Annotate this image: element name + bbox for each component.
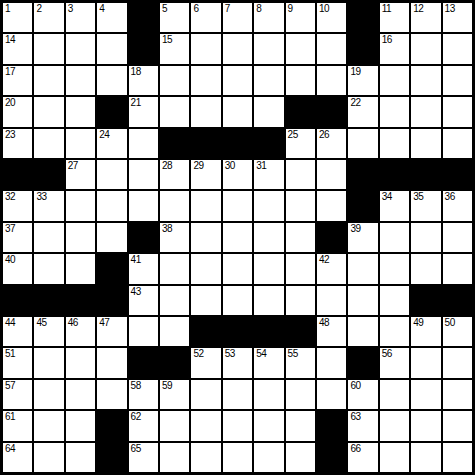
- clue-number-23: 23: [5, 130, 15, 140]
- cell-r14c5[interactable]: 62: [129, 411, 158, 440]
- cell-r2c10[interactable]: [286, 34, 315, 63]
- cell-r14c14[interactable]: [411, 411, 440, 440]
- cell-r3c13[interactable]: [380, 66, 409, 95]
- cell-r7c2[interactable]: 33: [34, 191, 63, 220]
- clue-number-14: 14: [5, 35, 15, 45]
- cell-r9c2[interactable]: [34, 254, 63, 283]
- cell-r9c14[interactable]: [411, 254, 440, 283]
- cell-r9c6[interactable]: [160, 254, 189, 283]
- cell-r4c9[interactable]: [254, 97, 283, 126]
- cell-r12c15[interactable]: [443, 348, 472, 377]
- cell-r4c1[interactable]: 20: [3, 97, 32, 126]
- cell-r7c5[interactable]: [129, 191, 158, 220]
- black-cell-r11c10: [286, 317, 315, 346]
- cell-r2c15[interactable]: [443, 34, 472, 63]
- black-cell-r5c6: [160, 129, 189, 158]
- cell-r12c10[interactable]: 55: [286, 348, 315, 377]
- clue-number-48: 48: [319, 318, 329, 328]
- clue-number-7: 7: [225, 4, 230, 14]
- black-cell-r15c11: [317, 443, 346, 472]
- clue-number-40: 40: [5, 255, 15, 265]
- cell-r5c3[interactable]: [66, 129, 95, 158]
- clue-number-51: 51: [5, 349, 15, 359]
- clue-number-18: 18: [131, 67, 141, 77]
- cell-r8c13[interactable]: [380, 223, 409, 252]
- cell-r15c3[interactable]: [66, 443, 95, 472]
- cell-r7c6[interactable]: [160, 191, 189, 220]
- cell-r13c5[interactable]: 58: [129, 380, 158, 409]
- black-cell-r11c7: [191, 317, 220, 346]
- cell-r3c3[interactable]: [66, 66, 95, 95]
- clue-number-46: 46: [68, 318, 78, 328]
- cell-r4c6[interactable]: [160, 97, 189, 126]
- black-cell-r1c5: [129, 3, 158, 32]
- clue-number-13: 13: [445, 4, 455, 14]
- cell-r8c4[interactable]: [97, 223, 126, 252]
- cell-r6c8[interactable]: 30: [223, 160, 252, 189]
- clue-number-44: 44: [5, 318, 15, 328]
- cell-r13c3[interactable]: [66, 380, 95, 409]
- cell-r1c11[interactable]: 10: [317, 3, 346, 32]
- black-cell-r10c14: [411, 286, 440, 315]
- cell-r15c5[interactable]: 65: [129, 443, 158, 472]
- cell-r9c1[interactable]: 40: [3, 254, 32, 283]
- cell-r9c12[interactable]: [348, 254, 377, 283]
- cell-r8c2[interactable]: [34, 223, 63, 252]
- cell-r6c3[interactable]: 27: [66, 160, 95, 189]
- cell-r9c11[interactable]: 42: [317, 254, 346, 283]
- clue-number-45: 45: [36, 318, 46, 328]
- cell-r9c8[interactable]: [223, 254, 252, 283]
- cell-r8c6[interactable]: 38: [160, 223, 189, 252]
- cell-r4c15[interactable]: [443, 97, 472, 126]
- black-cell-r10c1: [3, 286, 32, 315]
- cell-r13c1[interactable]: 57: [3, 380, 32, 409]
- cell-r10c5[interactable]: 43: [129, 286, 158, 315]
- cell-r7c9[interactable]: [254, 191, 283, 220]
- cell-r7c7[interactable]: [191, 191, 220, 220]
- cell-r4c8[interactable]: [223, 97, 252, 126]
- cell-r1c1[interactable]: 1: [3, 3, 32, 32]
- black-cell-r5c7: [191, 129, 220, 158]
- cell-r2c13[interactable]: 16: [380, 34, 409, 63]
- cell-r5c12[interactable]: [348, 129, 377, 158]
- cell-r9c10[interactable]: [286, 254, 315, 283]
- cell-r10c9[interactable]: [254, 286, 283, 315]
- cell-r15c14[interactable]: [411, 443, 440, 472]
- cell-r2c9[interactable]: [254, 34, 283, 63]
- black-cell-r6c1: [3, 160, 32, 189]
- clue-number-28: 28: [162, 161, 172, 171]
- black-cell-r12c12: [348, 348, 377, 377]
- cell-r13c8[interactable]: [223, 380, 252, 409]
- black-cell-r1c12: [348, 3, 377, 32]
- black-cell-r8c11: [317, 223, 346, 252]
- cell-r5c1[interactable]: 23: [3, 129, 32, 158]
- clue-number-31: 31: [256, 161, 266, 171]
- cell-r10c10[interactable]: [286, 286, 315, 315]
- clue-number-26: 26: [319, 130, 329, 140]
- cell-r14c9[interactable]: [254, 411, 283, 440]
- cell-r15c2[interactable]: [34, 443, 63, 472]
- cell-r14c3[interactable]: [66, 411, 95, 440]
- clue-number-58: 58: [131, 381, 141, 391]
- cell-r5c11[interactable]: 26: [317, 129, 346, 158]
- clue-number-33: 33: [36, 192, 46, 202]
- cell-r1c15[interactable]: 13: [443, 3, 472, 32]
- cell-r5c14[interactable]: [411, 129, 440, 158]
- cell-r1c9[interactable]: 8: [254, 3, 283, 32]
- cell-r10c6[interactable]: [160, 286, 189, 315]
- cell-r1c14[interactable]: 12: [411, 3, 440, 32]
- cell-r8c14[interactable]: [411, 223, 440, 252]
- cell-r4c5[interactable]: 21: [129, 97, 158, 126]
- cell-r12c11[interactable]: [317, 348, 346, 377]
- clue-number-16: 16: [382, 35, 392, 45]
- cell-r3c10[interactable]: [286, 66, 315, 95]
- cell-r9c7[interactable]: [191, 254, 220, 283]
- clue-number-32: 32: [5, 192, 15, 202]
- cell-r14c7[interactable]: [191, 411, 220, 440]
- clue-number-22: 22: [350, 98, 360, 108]
- cell-r8c7[interactable]: [191, 223, 220, 252]
- black-cell-r10c3: [66, 286, 95, 315]
- clue-number-37: 37: [5, 224, 15, 234]
- cell-r8c9[interactable]: [254, 223, 283, 252]
- clue-number-2: 2: [36, 4, 41, 14]
- clue-number-29: 29: [193, 161, 203, 171]
- black-cell-r12c5: [129, 348, 158, 377]
- clue-number-17: 17: [5, 67, 15, 77]
- cell-r7c14[interactable]: 35: [411, 191, 440, 220]
- black-cell-r2c5: [129, 34, 158, 63]
- cell-r14c6[interactable]: [160, 411, 189, 440]
- clue-number-25: 25: [288, 130, 298, 140]
- cell-r14c2[interactable]: [34, 411, 63, 440]
- cell-r2c14[interactable]: [411, 34, 440, 63]
- clue-number-60: 60: [350, 381, 360, 391]
- clue-number-30: 30: [225, 161, 235, 171]
- black-cell-r6c14: [411, 160, 440, 189]
- black-cell-r6c12: [348, 160, 377, 189]
- cell-r14c10[interactable]: [286, 411, 315, 440]
- cell-r13c2[interactable]: [34, 380, 63, 409]
- black-cell-r6c15: [443, 160, 472, 189]
- cell-r8c15[interactable]: [443, 223, 472, 252]
- cell-r3c2[interactable]: [34, 66, 63, 95]
- cell-r6c9[interactable]: 31: [254, 160, 283, 189]
- clue-number-54: 54: [256, 349, 266, 359]
- clue-number-34: 34: [382, 192, 392, 202]
- cell-r1c2[interactable]: 2: [34, 3, 63, 32]
- clue-number-1: 1: [5, 4, 10, 14]
- cell-r7c10[interactable]: [286, 191, 315, 220]
- cell-r5c4[interactable]: 24: [97, 129, 126, 158]
- cell-r8c10[interactable]: [286, 223, 315, 252]
- black-cell-r8c5: [129, 223, 158, 252]
- cell-r9c5[interactable]: 41: [129, 254, 158, 283]
- cell-r9c15[interactable]: [443, 254, 472, 283]
- clue-number-63: 63: [350, 412, 360, 422]
- cell-r12c14[interactable]: [411, 348, 440, 377]
- black-cell-r2c12: [348, 34, 377, 63]
- black-cell-r5c8: [223, 129, 252, 158]
- black-cell-r14c11: [317, 411, 346, 440]
- clue-number-12: 12: [413, 4, 423, 14]
- clue-number-49: 49: [413, 318, 423, 328]
- cell-r10c13[interactable]: [380, 286, 409, 315]
- clue-number-38: 38: [162, 224, 172, 234]
- cell-r14c13[interactable]: [380, 411, 409, 440]
- cell-r4c7[interactable]: [191, 97, 220, 126]
- black-cell-r6c13: [380, 160, 409, 189]
- black-cell-r6c2: [34, 160, 63, 189]
- clue-number-50: 50: [445, 318, 455, 328]
- cell-r9c13[interactable]: [380, 254, 409, 283]
- cell-r3c4[interactable]: [97, 66, 126, 95]
- cell-r6c7[interactable]: 29: [191, 160, 220, 189]
- cell-r11c4[interactable]: 47: [97, 317, 126, 346]
- cell-r3c7[interactable]: [191, 66, 220, 95]
- black-cell-r11c9: [254, 317, 283, 346]
- cell-r11c12[interactable]: [348, 317, 377, 346]
- cell-r15c12[interactable]: 66: [348, 443, 377, 472]
- cell-r3c8[interactable]: [223, 66, 252, 95]
- cell-r5c10[interactable]: 25: [286, 129, 315, 158]
- cell-r7c4[interactable]: [97, 191, 126, 220]
- cell-r3c9[interactable]: [254, 66, 283, 95]
- clue-number-21: 21: [131, 98, 141, 108]
- clue-number-39: 39: [350, 224, 360, 234]
- cell-r1c13[interactable]: 11: [380, 3, 409, 32]
- clue-number-8: 8: [256, 4, 261, 14]
- cell-r1c4[interactable]: 4: [97, 3, 126, 32]
- clue-number-61: 61: [5, 412, 15, 422]
- cell-r12c4[interactable]: [97, 348, 126, 377]
- cell-r15c8[interactable]: [223, 443, 252, 472]
- crossword-grid: 1234567891011121314151617181920212223242…: [0, 0, 475, 475]
- cell-r10c8[interactable]: [223, 286, 252, 315]
- clue-number-52: 52: [193, 349, 203, 359]
- cell-r9c3[interactable]: [66, 254, 95, 283]
- cell-r11c13[interactable]: [380, 317, 409, 346]
- cell-r6c6[interactable]: 28: [160, 160, 189, 189]
- cell-r11c5[interactable]: [129, 317, 158, 346]
- cell-r11c6[interactable]: [160, 317, 189, 346]
- clue-number-6: 6: [193, 4, 198, 14]
- cell-r6c10[interactable]: [286, 160, 315, 189]
- cell-r13c12[interactable]: 60: [348, 380, 377, 409]
- cell-r13c14[interactable]: [411, 380, 440, 409]
- clue-number-36: 36: [445, 192, 455, 202]
- clue-number-57: 57: [5, 381, 15, 391]
- cell-r4c14[interactable]: [411, 97, 440, 126]
- cell-r1c3[interactable]: 3: [66, 3, 95, 32]
- clue-number-66: 66: [350, 444, 360, 454]
- black-cell-r7c12: [348, 191, 377, 220]
- black-cell-r4c4: [97, 97, 126, 126]
- clue-number-27: 27: [68, 161, 78, 171]
- cell-r11c1[interactable]: 44: [3, 317, 32, 346]
- cell-r4c3[interactable]: [66, 97, 95, 126]
- clue-number-5: 5: [162, 4, 167, 14]
- black-cell-r10c15: [443, 286, 472, 315]
- cell-r4c13[interactable]: [380, 97, 409, 126]
- cell-r15c7[interactable]: [191, 443, 220, 472]
- cell-r14c12[interactable]: 63: [348, 411, 377, 440]
- clue-number-3: 3: [68, 4, 73, 14]
- cell-r13c4[interactable]: [97, 380, 126, 409]
- cell-r3c14[interactable]: [411, 66, 440, 95]
- cell-r15c15[interactable]: [443, 443, 472, 472]
- cell-r13c10[interactable]: [286, 380, 315, 409]
- cell-r1c10[interactable]: 9: [286, 3, 315, 32]
- clue-number-47: 47: [99, 318, 109, 328]
- cell-r7c13[interactable]: 34: [380, 191, 409, 220]
- cell-r2c6[interactable]: 15: [160, 34, 189, 63]
- clue-number-53: 53: [225, 349, 235, 359]
- cell-r7c11[interactable]: [317, 191, 346, 220]
- cell-r5c13[interactable]: [380, 129, 409, 158]
- clue-number-35: 35: [413, 192, 423, 202]
- black-cell-r10c4: [97, 286, 126, 315]
- clue-number-56: 56: [382, 349, 392, 359]
- cell-r13c6[interactable]: 59: [160, 380, 189, 409]
- black-cell-r5c9: [254, 129, 283, 158]
- cell-r14c1[interactable]: 61: [3, 411, 32, 440]
- cell-r3c11[interactable]: [317, 66, 346, 95]
- cell-r10c12[interactable]: [348, 286, 377, 315]
- black-cell-r4c11: [317, 97, 346, 126]
- black-cell-r12c6: [160, 348, 189, 377]
- clue-number-11: 11: [382, 4, 391, 14]
- cell-r3c15[interactable]: [443, 66, 472, 95]
- clue-number-55: 55: [288, 349, 298, 359]
- clue-number-42: 42: [319, 255, 329, 265]
- clue-number-24: 24: [99, 130, 109, 140]
- cell-r6c5[interactable]: [129, 160, 158, 189]
- cell-r3c6[interactable]: [160, 66, 189, 95]
- clue-number-65: 65: [131, 444, 141, 454]
- clue-number-43: 43: [131, 287, 141, 297]
- cell-r2c2[interactable]: [34, 34, 63, 63]
- cell-r15c13[interactable]: [380, 443, 409, 472]
- black-cell-r11c8: [223, 317, 252, 346]
- black-cell-r14c4: [97, 411, 126, 440]
- cell-r3c1[interactable]: 17: [3, 66, 32, 95]
- cell-r7c8[interactable]: [223, 191, 252, 220]
- cell-r15c9[interactable]: [254, 443, 283, 472]
- cell-r2c3[interactable]: [66, 34, 95, 63]
- clue-number-62: 62: [131, 412, 141, 422]
- cell-r2c11[interactable]: [317, 34, 346, 63]
- cell-r2c8[interactable]: [223, 34, 252, 63]
- cell-r8c1[interactable]: 37: [3, 223, 32, 252]
- cell-r2c1[interactable]: 14: [3, 34, 32, 63]
- cell-r9c9[interactable]: [254, 254, 283, 283]
- cell-r13c15[interactable]: [443, 380, 472, 409]
- cell-r15c1[interactable]: 64: [3, 443, 32, 472]
- cell-r13c11[interactable]: [317, 380, 346, 409]
- cell-r12c7[interactable]: 52: [191, 348, 220, 377]
- clue-number-4: 4: [99, 4, 104, 14]
- cell-r13c13[interactable]: [380, 380, 409, 409]
- clue-number-15: 15: [162, 35, 172, 45]
- cell-r11c14[interactable]: 49: [411, 317, 440, 346]
- cell-r13c9[interactable]: [254, 380, 283, 409]
- cell-r4c12[interactable]: 22: [348, 97, 377, 126]
- cell-r8c3[interactable]: [66, 223, 95, 252]
- cell-r13c7[interactable]: [191, 380, 220, 409]
- cell-r2c7[interactable]: [191, 34, 220, 63]
- black-cell-r4c10: [286, 97, 315, 126]
- cell-r7c1[interactable]: 32: [3, 191, 32, 220]
- cell-r5c2[interactable]: [34, 129, 63, 158]
- cell-r3c5[interactable]: 18: [129, 66, 158, 95]
- cell-r6c11[interactable]: [317, 160, 346, 189]
- cell-r12c2[interactable]: [34, 348, 63, 377]
- cell-r12c9[interactable]: 54: [254, 348, 283, 377]
- clue-number-20: 20: [5, 98, 15, 108]
- black-cell-r15c4: [97, 443, 126, 472]
- cell-r1c7[interactable]: 6: [191, 3, 220, 32]
- cell-r7c15[interactable]: 36: [443, 191, 472, 220]
- cell-r15c10[interactable]: [286, 443, 315, 472]
- cell-r12c13[interactable]: 56: [380, 348, 409, 377]
- cell-r15c6[interactable]: [160, 443, 189, 472]
- cell-r11c3[interactable]: 46: [66, 317, 95, 346]
- cell-r1c8[interactable]: 7: [223, 3, 252, 32]
- cell-r8c12[interactable]: 39: [348, 223, 377, 252]
- cell-r1c6[interactable]: 5: [160, 3, 189, 32]
- cell-r2c4[interactable]: [97, 34, 126, 63]
- cell-r4c2[interactable]: [34, 97, 63, 126]
- black-cell-r10c2: [34, 286, 63, 315]
- cell-r12c1[interactable]: 51: [3, 348, 32, 377]
- cell-r8c8[interactable]: [223, 223, 252, 252]
- clue-number-64: 64: [5, 444, 15, 454]
- cell-r6c4[interactable]: [97, 160, 126, 189]
- clue-number-10: 10: [319, 4, 329, 14]
- cell-r5c5[interactable]: [129, 129, 158, 158]
- cell-r7c3[interactable]: [66, 191, 95, 220]
- clue-number-41: 41: [131, 255, 141, 265]
- cell-r5c15[interactable]: [443, 129, 472, 158]
- clue-number-59: 59: [162, 381, 172, 391]
- cell-r14c15[interactable]: [443, 411, 472, 440]
- cell-r11c15[interactable]: 50: [443, 317, 472, 346]
- cell-r12c3[interactable]: [66, 348, 95, 377]
- cell-r14c8[interactable]: [223, 411, 252, 440]
- clue-number-9: 9: [288, 4, 293, 14]
- cell-r3c12[interactable]: 19: [348, 66, 377, 95]
- cell-r12c8[interactable]: 53: [223, 348, 252, 377]
- black-cell-r9c4: [97, 254, 126, 283]
- cell-r11c2[interactable]: 45: [34, 317, 63, 346]
- cell-r10c7[interactable]: [191, 286, 220, 315]
- cell-r11c11[interactable]: 48: [317, 317, 346, 346]
- cell-r10c11[interactable]: [317, 286, 346, 315]
- clue-number-19: 19: [350, 67, 360, 77]
